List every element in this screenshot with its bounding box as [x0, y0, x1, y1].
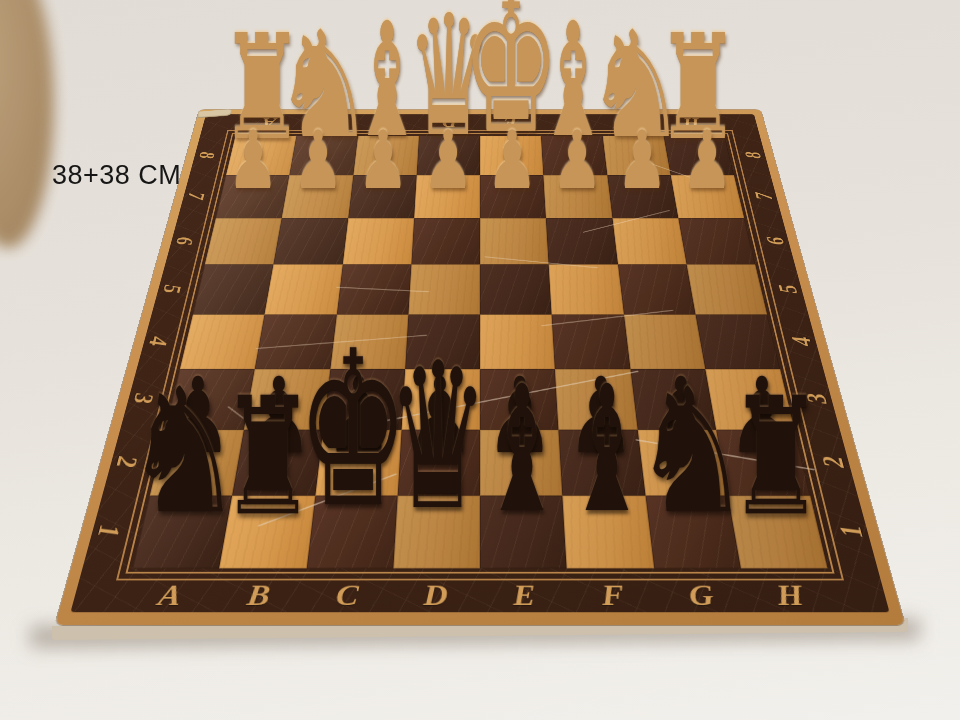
square-c6: [342, 218, 414, 264]
blurred-wooden-object: [0, 0, 54, 248]
square-g5: [618, 264, 696, 314]
square-h7: [671, 175, 745, 218]
square-a8: [226, 136, 297, 176]
square-f4: [552, 315, 630, 370]
square-a7: [216, 175, 290, 218]
square-e7: [480, 175, 546, 218]
square-f3: [555, 369, 637, 429]
square-f2: [559, 429, 645, 495]
photo-scene: ABCDEFGHABCDEFGH8765432187654321 ♜♞♝♛♚♝♞…: [0, 0, 960, 720]
square-b7: [282, 175, 353, 218]
chess-board: ABCDEFGHABCDEFGH8765432187654321: [55, 110, 905, 625]
square-d6: [411, 218, 480, 264]
square-h2: [716, 429, 810, 495]
square-d1: [393, 495, 480, 568]
square-c1: [306, 495, 397, 568]
square-f8: [541, 136, 607, 176]
square-h5: [686, 264, 767, 314]
square-b1: [219, 495, 315, 568]
square-c8: [353, 136, 419, 176]
square-c2: [315, 429, 401, 495]
square-g2: [637, 429, 727, 495]
square-g3: [630, 369, 716, 429]
square-h6: [678, 218, 755, 264]
square-e4: [480, 315, 555, 370]
square-b4: [255, 315, 337, 370]
square-h8: [663, 136, 734, 176]
square-g4: [624, 315, 706, 370]
square-a5: [193, 264, 274, 314]
square-f1: [563, 495, 654, 568]
square-a6: [205, 218, 282, 264]
square-e2: [480, 429, 563, 495]
square-c4: [330, 315, 408, 370]
square-e5: [480, 264, 552, 314]
square-c3: [323, 369, 405, 429]
square-h3: [705, 369, 794, 429]
square-b5: [265, 264, 343, 314]
square-a4: [180, 315, 265, 370]
square-h4: [695, 315, 780, 370]
square-a3: [166, 369, 255, 429]
square-b6: [274, 218, 348, 264]
square-c5: [336, 264, 411, 314]
square-e1: [480, 495, 567, 568]
square-f6: [546, 218, 618, 264]
square-e6: [480, 218, 549, 264]
square-b3: [244, 369, 330, 429]
square-d4: [405, 315, 480, 370]
square-g1: [645, 495, 741, 568]
square-e3: [480, 369, 559, 429]
square-g6: [612, 218, 686, 264]
square-g7: [607, 175, 678, 218]
caption-text: 38+38 CM: [52, 160, 181, 191]
square-g8: [602, 136, 670, 176]
squares-grid: [132, 136, 827, 569]
square-d7: [414, 175, 480, 218]
square-f7: [544, 175, 613, 218]
square-c7: [348, 175, 417, 218]
square-b8: [289, 136, 357, 176]
square-h1: [728, 495, 828, 568]
square-d5: [408, 264, 480, 314]
square-d2: [397, 429, 480, 495]
square-a1: [132, 495, 232, 568]
square-e8: [480, 136, 544, 176]
square-f5: [549, 264, 624, 314]
square-b2: [232, 429, 322, 495]
square-d3: [401, 369, 480, 429]
square-a2: [150, 429, 244, 495]
square-d8: [416, 136, 480, 176]
